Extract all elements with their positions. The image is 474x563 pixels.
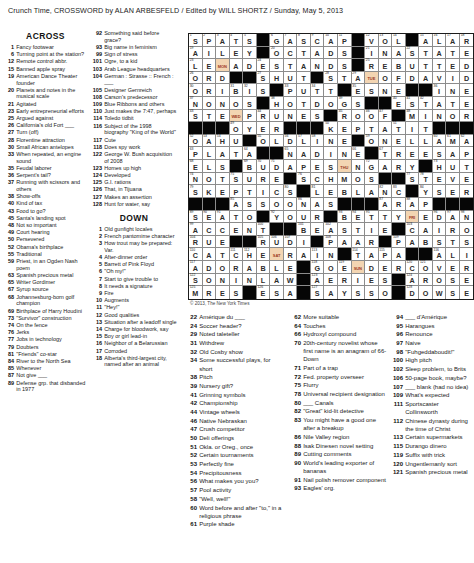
grid-cell[interactable]: E: [446, 59, 460, 72]
grid-cell[interactable]: L: [406, 135, 420, 148]
grid-cell[interactable]: U: [203, 236, 217, 249]
grid-cell[interactable]: E: [311, 160, 325, 173]
grid-cell[interactable]: D: [203, 261, 217, 274]
grid-cell[interactable]: I: [257, 185, 271, 198]
grid-cell[interactable]: U: [284, 72, 298, 85]
grid-cell[interactable]: 101B: [297, 223, 311, 236]
grid-cell[interactable]: 65N: [284, 147, 298, 160]
grid-cell[interactable]: 30O: [189, 84, 203, 97]
grid-cell[interactable]: A: [311, 198, 325, 211]
grid-cell[interactable]: E: [460, 274, 474, 287]
grid-cell[interactable]: 67T: [379, 147, 393, 160]
grid-cell[interactable]: 8S: [297, 34, 311, 47]
grid-cell[interactable]: O: [203, 173, 217, 186]
grid-cell-rebus[interactable]: TUE: [365, 72, 379, 85]
grid-cell[interactable]: 35E: [352, 84, 366, 97]
grid-cell[interactable]: E: [392, 84, 406, 97]
grid-cell[interactable]: A: [365, 248, 379, 261]
grid-cell[interactable]: H: [270, 72, 284, 85]
grid-cell[interactable]: A: [243, 261, 257, 274]
grid-cell[interactable]: A: [297, 248, 311, 261]
grid-cell[interactable]: R: [338, 274, 352, 287]
grid-cell[interactable]: T: [446, 97, 460, 110]
grid-cell[interactable]: B: [338, 185, 352, 198]
grid-cell-rebus[interactable]: FRI: [406, 211, 420, 224]
grid-cell[interactable]: A: [230, 59, 244, 72]
grid-cell[interactable]: E: [433, 173, 447, 186]
grid-cell[interactable]: R: [203, 72, 217, 85]
grid-cell[interactable]: N: [324, 248, 338, 261]
grid-cell[interactable]: S: [379, 274, 393, 287]
grid-cell[interactable]: 6G: [270, 34, 284, 47]
grid-cell[interactable]: O: [203, 97, 217, 110]
grid-cell[interactable]: Y: [406, 160, 420, 173]
grid-cell[interactable]: S: [243, 97, 257, 110]
grid-cell[interactable]: N: [379, 47, 393, 60]
grid-cell[interactable]: A: [392, 248, 406, 261]
grid-cell[interactable]: A: [338, 236, 352, 249]
grid-cell[interactable]: 116A: [433, 248, 447, 261]
grid-cell[interactable]: E: [203, 59, 217, 72]
grid-cell[interactable]: A: [216, 147, 230, 160]
grid-cell[interactable]: 96D: [433, 211, 447, 224]
grid-cell[interactable]: 13O: [379, 34, 393, 47]
grid-cell[interactable]: S: [257, 84, 271, 97]
grid-cell[interactable]: S: [311, 110, 325, 123]
grid-cell[interactable]: S: [270, 286, 284, 299]
grid-cell[interactable]: W: [284, 274, 298, 287]
grid-cell[interactable]: 29A: [352, 72, 366, 85]
grid-cell[interactable]: R: [392, 160, 406, 173]
grid-cell[interactable]: W: [433, 286, 447, 299]
grid-cell[interactable]: 47F: [379, 110, 393, 123]
grid-cell[interactable]: 46O: [365, 110, 379, 123]
grid-cell[interactable]: Y: [338, 286, 352, 299]
grid-cell[interactable]: N: [324, 135, 338, 148]
grid-cell[interactable]: 37N: [189, 97, 203, 110]
grid-cell[interactable]: T: [365, 122, 379, 135]
grid-cell[interactable]: 58I: [311, 135, 325, 148]
grid-cell[interactable]: S: [365, 84, 379, 97]
grid-cell[interactable]: D: [406, 72, 420, 85]
grid-cell[interactable]: T: [297, 47, 311, 60]
grid-cell[interactable]: E: [379, 59, 393, 72]
grid-cell[interactable]: D: [460, 72, 474, 85]
grid-cell[interactable]: 36I: [433, 84, 447, 97]
grid-cell[interactable]: O: [433, 274, 447, 287]
grid-cell[interactable]: T: [203, 110, 217, 123]
grid-cell[interactable]: D: [324, 47, 338, 60]
grid-cell[interactable]: 104R: [189, 236, 203, 249]
grid-cell[interactable]: 70U: [257, 160, 271, 173]
grid-cell[interactable]: T: [284, 59, 298, 72]
grid-cell[interactable]: 84Y: [419, 185, 433, 198]
grid-cell-rebus[interactable]: SUN: [352, 261, 366, 274]
grid-cell[interactable]: 73H: [433, 160, 447, 173]
grid-cell[interactable]: 99A: [189, 223, 203, 236]
grid-cell[interactable]: 40E: [392, 97, 406, 110]
grid-cell[interactable]: O: [216, 261, 230, 274]
grid-cell[interactable]: U: [406, 59, 420, 72]
grid-cell[interactable]: 93B: [338, 211, 352, 224]
grid-cell[interactable]: S: [324, 198, 338, 211]
grid-cell[interactable]: 52O: [189, 135, 203, 148]
grid-cell[interactable]: 128D: [406, 286, 420, 299]
grid-cell[interactable]: R: [284, 248, 298, 261]
grid-cell[interactable]: 23L: [189, 59, 203, 72]
grid-cell[interactable]: T: [324, 84, 338, 97]
grid-cell[interactable]: E: [460, 97, 474, 110]
grid-cell[interactable]: A: [352, 236, 366, 249]
grid-cell[interactable]: 68E: [189, 160, 203, 173]
grid-cell[interactable]: R: [460, 261, 474, 274]
grid-cell[interactable]: P: [243, 110, 257, 123]
grid-cell[interactable]: O: [203, 274, 217, 287]
grid-cell[interactable]: I: [446, 72, 460, 85]
grid-cell[interactable]: N: [216, 97, 230, 110]
grid-cell[interactable]: 12V: [365, 34, 379, 47]
grid-cell[interactable]: 83C: [392, 185, 406, 198]
grid-cell[interactable]: E: [406, 147, 420, 160]
grid-cell[interactable]: 117A: [189, 261, 203, 274]
grid-cell[interactable]: S: [270, 59, 284, 72]
grid-cell[interactable]: I: [460, 248, 474, 261]
grid-cell[interactable]: P: [419, 198, 433, 211]
grid-cell[interactable]: 86N: [297, 198, 311, 211]
grid-cell[interactable]: U: [297, 84, 311, 97]
grid-cell[interactable]: T: [446, 236, 460, 249]
grid-cell[interactable]: 64A: [243, 147, 257, 160]
grid-cell[interactable]: E: [230, 47, 244, 60]
grid-cell[interactable]: E: [216, 286, 230, 299]
grid-cell[interactable]: 18R: [460, 34, 474, 47]
grid-cell[interactable]: S: [324, 160, 338, 173]
grid-cell[interactable]: 34T: [311, 84, 325, 97]
grid-cell[interactable]: U: [270, 110, 284, 123]
grid-cell[interactable]: T: [352, 223, 366, 236]
grid-cell[interactable]: 97A: [446, 211, 460, 224]
grid-cell[interactable]: D: [460, 59, 474, 72]
grid-cell[interactable]: S: [243, 198, 257, 211]
grid-cell[interactable]: L: [270, 261, 284, 274]
grid-cell[interactable]: 112H: [243, 248, 257, 261]
grid-cell[interactable]: N: [433, 110, 447, 123]
grid-cell[interactable]: 109P: [392, 236, 406, 249]
grid-cell[interactable]: 103C: [406, 223, 420, 236]
grid-cell[interactable]: I: [216, 84, 230, 97]
grid-cell[interactable]: D: [324, 59, 338, 72]
grid-cell[interactable]: T: [338, 72, 352, 85]
grid-cell[interactable]: R: [203, 84, 217, 97]
grid-cell[interactable]: 55O: [257, 135, 271, 148]
grid-cell[interactable]: 91A: [216, 211, 230, 224]
grid-cell[interactable]: N: [352, 160, 366, 173]
grid-cell[interactable]: E: [460, 47, 474, 60]
grid-cell[interactable]: 15A: [419, 34, 433, 47]
grid-cell[interactable]: S: [338, 59, 352, 72]
grid-cell[interactable]: 24E: [257, 59, 271, 72]
grid-cell[interactable]: 114T: [352, 248, 366, 261]
grid-cell[interactable]: 74N: [189, 173, 203, 186]
grid-cell[interactable]: 113I: [311, 248, 325, 261]
grid-cell[interactable]: S: [257, 198, 271, 211]
grid-cell[interactable]: I: [406, 122, 420, 135]
grid-cell[interactable]: C: [203, 223, 217, 236]
grid-cell[interactable]: S: [338, 223, 352, 236]
grid-cell[interactable]: D: [311, 147, 325, 160]
grid-cell[interactable]: N: [379, 84, 393, 97]
grid-cell[interactable]: B: [257, 261, 271, 274]
grid-cell[interactable]: 61M: [446, 135, 460, 148]
grid-cell[interactable]: I: [419, 110, 433, 123]
grid-cell[interactable]: R: [392, 261, 406, 274]
grid-cell[interactable]: U: [446, 160, 460, 173]
grid-cell[interactable]: A: [406, 236, 420, 249]
grid-cell[interactable]: C: [270, 185, 284, 198]
grid-cell-rebus[interactable]: SAT: [270, 248, 284, 261]
grid-cell[interactable]: 95T: [365, 211, 379, 224]
grid-cell[interactable]: R: [392, 198, 406, 211]
grid-cell[interactable]: R: [460, 110, 474, 123]
grid-cell[interactable]: 118G: [311, 261, 325, 274]
grid-cell[interactable]: U: [297, 211, 311, 224]
grid-cell[interactable]: A: [311, 47, 325, 60]
grid-cell[interactable]: R: [419, 274, 433, 287]
grid-cell[interactable]: N: [243, 223, 257, 236]
grid-cell[interactable]: 59O: [365, 135, 379, 148]
grid-cell[interactable]: I: [365, 223, 379, 236]
grid-cell[interactable]: 102A: [324, 223, 338, 236]
grid-cell[interactable]: P: [460, 147, 474, 160]
grid-cell[interactable]: R: [257, 173, 271, 186]
grid-cell[interactable]: 39G: [338, 97, 352, 110]
grid-cell[interactable]: M: [338, 173, 352, 186]
grid-cell[interactable]: O: [324, 97, 338, 110]
grid-cell[interactable]: E: [324, 274, 338, 287]
grid-cell[interactable]: I: [352, 274, 366, 287]
grid-cell[interactable]: P: [352, 122, 366, 135]
grid-cell[interactable]: D: [243, 59, 257, 72]
grid-cell[interactable]: 105R: [257, 236, 271, 249]
grid-cell[interactable]: R: [311, 211, 325, 224]
grid-cell[interactable]: 115P: [379, 248, 393, 261]
grid-cell[interactable]: E: [257, 248, 271, 261]
grid-cell[interactable]: O: [284, 211, 298, 224]
grid-cell[interactable]: 66E: [352, 147, 366, 160]
grid-cell[interactable]: N: [379, 135, 393, 148]
grid-cell[interactable]: 98N: [460, 211, 474, 224]
grid-cell[interactable]: V: [446, 173, 460, 186]
grid-cell[interactable]: C: [216, 223, 230, 236]
grid-cell[interactable]: 120C: [406, 261, 420, 274]
grid-cell[interactable]: A: [379, 122, 393, 135]
grid-cell[interactable]: 85A: [230, 198, 244, 211]
grid-cell[interactable]: A: [297, 147, 311, 160]
grid-cell[interactable]: T: [446, 47, 460, 60]
grid-cell[interactable]: L: [419, 135, 433, 148]
grid-cell[interactable]: 44R: [257, 110, 271, 123]
grid-cell[interactable]: N: [216, 274, 230, 287]
grid-cell[interactable]: T: [216, 173, 230, 186]
grid-cell[interactable]: 19A: [189, 47, 203, 60]
grid-cell[interactable]: O: [284, 97, 298, 110]
grid-cell[interactable]: E: [311, 223, 325, 236]
grid-cell[interactable]: 5S: [243, 34, 257, 47]
grid-cell[interactable]: E: [419, 147, 433, 160]
grid-cell[interactable]: 60A: [433, 135, 447, 148]
grid-cell[interactable]: D: [311, 97, 325, 110]
grid-cell[interactable]: E: [446, 261, 460, 274]
grid-cell[interactable]: 41S: [406, 97, 420, 110]
grid-cell[interactable]: S: [433, 236, 447, 249]
grid-cell[interactable]: 56D: [284, 135, 298, 148]
grid-cell[interactable]: T: [419, 47, 433, 60]
grid-cell[interactable]: 87A: [379, 198, 393, 211]
grid-cell[interactable]: T: [460, 160, 474, 173]
grid-cell[interactable]: 45R: [338, 110, 352, 123]
grid-cell[interactable]: 10A: [324, 34, 338, 47]
grid-cell[interactable]: 57L: [297, 135, 311, 148]
grid-cell[interactable]: 75S: [230, 173, 244, 186]
grid-cell[interactable]: E: [324, 185, 338, 198]
grid-cell[interactable]: 82N: [379, 185, 393, 198]
grid-cell[interactable]: S: [446, 286, 460, 299]
grid-cell[interactable]: 92Y: [270, 211, 284, 224]
grid-cell[interactable]: E: [446, 185, 460, 198]
grid-cell[interactable]: A: [203, 248, 217, 261]
grid-cell[interactable]: R: [446, 223, 460, 236]
grid-cell[interactable]: 20O: [270, 47, 284, 60]
grid-cell[interactable]: 53A: [203, 135, 217, 148]
grid-cell[interactable]: 11P: [338, 34, 352, 47]
grid-cell[interactable]: 127S: [311, 286, 325, 299]
grid-cell[interactable]: C: [311, 173, 325, 186]
grid-cell[interactable]: H: [324, 173, 338, 186]
grid-cell[interactable]: S: [365, 286, 379, 299]
grid-cell[interactable]: R: [270, 122, 284, 135]
grid-cell[interactable]: A: [433, 97, 447, 110]
grid-cell[interactable]: S: [460, 236, 474, 249]
grid-cell[interactable]: 51T: [392, 122, 406, 135]
grid-cell[interactable]: 126E: [257, 286, 271, 299]
grid-cell[interactable]: E: [216, 110, 230, 123]
grid-cell[interactable]: L: [216, 47, 230, 60]
grid-cell[interactable]: R: [203, 286, 217, 299]
grid-cell[interactable]: 4T: [230, 34, 244, 47]
grid-cell-rebus[interactable]: WED: [230, 110, 244, 123]
grid-cell[interactable]: S: [352, 286, 366, 299]
grid-cell[interactable]: P: [297, 160, 311, 173]
grid-cell[interactable]: E: [392, 135, 406, 148]
grid-cell[interactable]: E: [460, 286, 474, 299]
grid-cell[interactable]: U: [243, 173, 257, 186]
grid-cell[interactable]: T: [297, 72, 311, 85]
grid-cell[interactable]: 89S: [189, 211, 203, 224]
grid-cell[interactable]: E: [284, 261, 298, 274]
grid-cell[interactable]: R: [392, 147, 406, 160]
grid-cell[interactable]: 88A: [406, 198, 420, 211]
grid-cell[interactable]: 122S: [189, 274, 203, 287]
grid-cell[interactable]: L: [203, 147, 217, 160]
grid-cell[interactable]: O: [379, 286, 393, 299]
grid-cell[interactable]: T: [419, 122, 433, 135]
grid-cell[interactable]: A: [284, 160, 298, 173]
grid-cell[interactable]: I: [297, 236, 311, 249]
grid-cell[interactable]: 3A: [216, 34, 230, 47]
grid-cell[interactable]: 42T: [419, 97, 433, 110]
grid-cell[interactable]: O: [270, 198, 284, 211]
grid-cell[interactable]: O: [379, 72, 393, 85]
grid-cell[interactable]: E: [230, 223, 244, 236]
grid-cell[interactable]: 43S: [189, 110, 203, 123]
grid-cell[interactable]: 17A: [446, 34, 460, 47]
grid-cell[interactable]: O: [243, 211, 257, 224]
grid-cell[interactable]: T: [230, 211, 244, 224]
grid-cell[interactable]: S: [216, 160, 230, 173]
grid-cell[interactable]: O: [446, 110, 460, 123]
grid-cell[interactable]: 72G: [365, 160, 379, 173]
grid-cell[interactable]: E: [338, 122, 352, 135]
grid-cell[interactable]: 33P: [284, 84, 298, 97]
grid-cell[interactable]: R: [230, 261, 244, 274]
grid-cell[interactable]: O: [419, 286, 433, 299]
grid-cell[interactable]: T: [243, 185, 257, 198]
grid-cell[interactable]: 106U: [270, 236, 284, 249]
grid-cell[interactable]: E: [419, 211, 433, 224]
grid-cell[interactable]: Y: [243, 122, 257, 135]
grid-cell[interactable]: O: [352, 110, 366, 123]
grid-cell[interactable]: K: [203, 185, 217, 198]
grid-cell[interactable]: A: [433, 47, 447, 60]
grid-cell[interactable]: E: [460, 173, 474, 186]
grid-cell[interactable]: B: [392, 59, 406, 72]
grid-cell[interactable]: N: [284, 110, 298, 123]
grid-cell[interactable]: A: [297, 59, 311, 72]
grid-cell[interactable]: A: [419, 223, 433, 236]
grid-cell[interactable]: D: [365, 261, 379, 274]
grid-cell[interactable]: N: [446, 84, 460, 97]
grid-cell[interactable]: E: [216, 236, 230, 249]
grid-cell[interactable]: I: [230, 274, 244, 287]
grid-cell[interactable]: 71D: [270, 160, 284, 173]
grid-cell[interactable]: I: [203, 47, 217, 60]
grid-cell[interactable]: A: [284, 286, 298, 299]
grid-cell[interactable]: N: [311, 59, 325, 72]
grid-cell[interactable]: 62A: [460, 135, 474, 148]
grid-cell[interactable]: E: [270, 173, 284, 186]
grid-cell-rebus[interactable]: MON: [216, 59, 230, 72]
grid-cell[interactable]: 119E: [338, 261, 352, 274]
grid-cell[interactable]: Y: [243, 47, 257, 60]
grid-cell[interactable]: 48M: [406, 110, 420, 123]
grid-cell[interactable]: O: [230, 97, 244, 110]
grid-cell[interactable]: 2P: [203, 34, 217, 47]
grid-cell[interactable]: T: [433, 59, 447, 72]
grid-cell[interactable]: L: [446, 248, 460, 261]
grid-cell[interactable]: U: [230, 135, 244, 148]
grid-cell[interactable]: O: [284, 198, 298, 211]
grid-cell[interactable]: T: [230, 147, 244, 160]
grid-cell[interactable]: 32I: [243, 84, 257, 97]
grid-cell[interactable]: 111C: [230, 248, 244, 261]
grid-cell[interactable]: 69B: [243, 160, 257, 173]
grid-cell[interactable]: E: [216, 185, 230, 198]
grid-cell[interactable]: 81L: [311, 185, 325, 198]
grid-cell-rebus[interactable]: THU: [338, 160, 352, 173]
grid-cell[interactable]: E: [379, 223, 393, 236]
grid-cell[interactable]: V: [433, 72, 447, 85]
grid-cell[interactable]: 38H: [270, 97, 284, 110]
